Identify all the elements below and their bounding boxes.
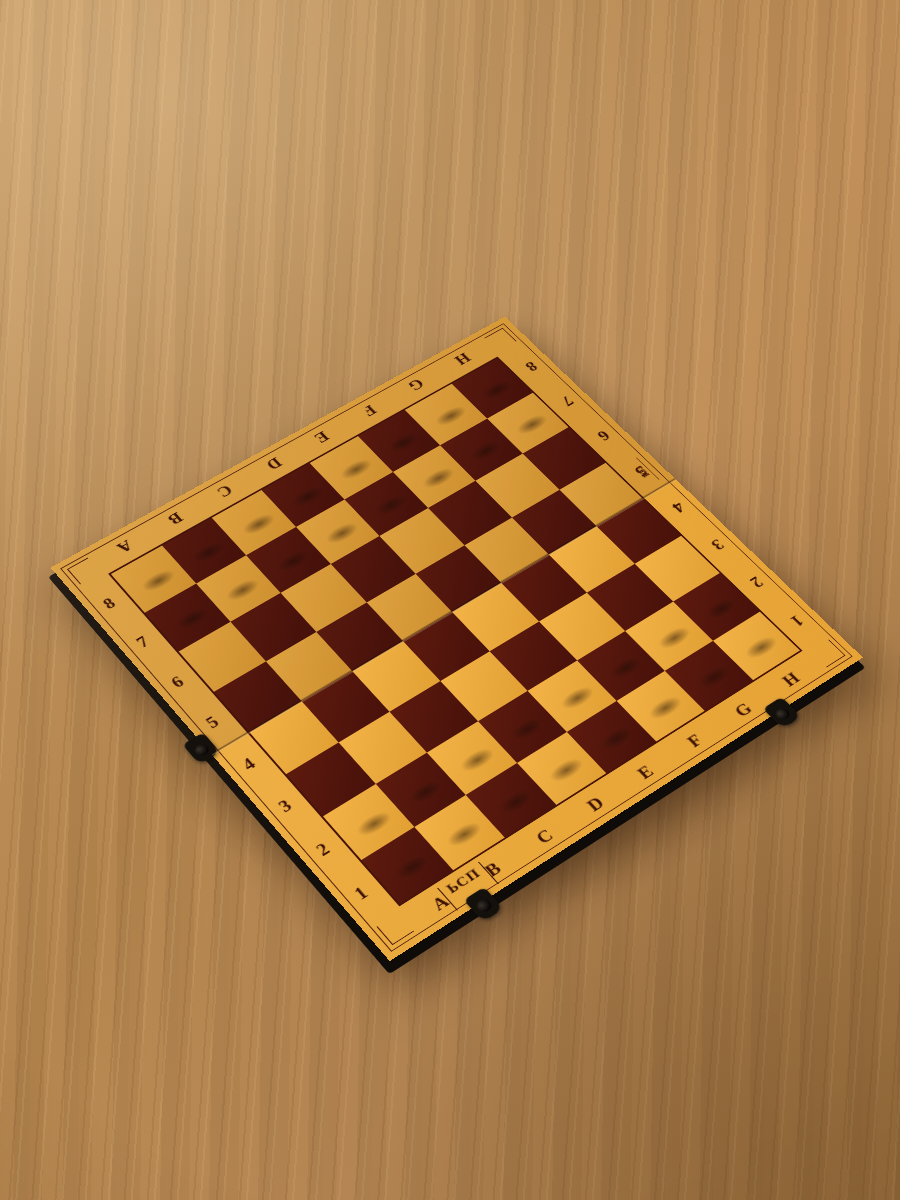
corner-accent: [810, 639, 846, 667]
corner-accent: [67, 558, 101, 585]
corner-accent: [377, 913, 415, 945]
wooden-table-scene: ABCDEFGH ABCDEFGH 87654321 87654321 ЬСП …: [0, 0, 900, 1200]
corner-accent: [484, 328, 517, 352]
